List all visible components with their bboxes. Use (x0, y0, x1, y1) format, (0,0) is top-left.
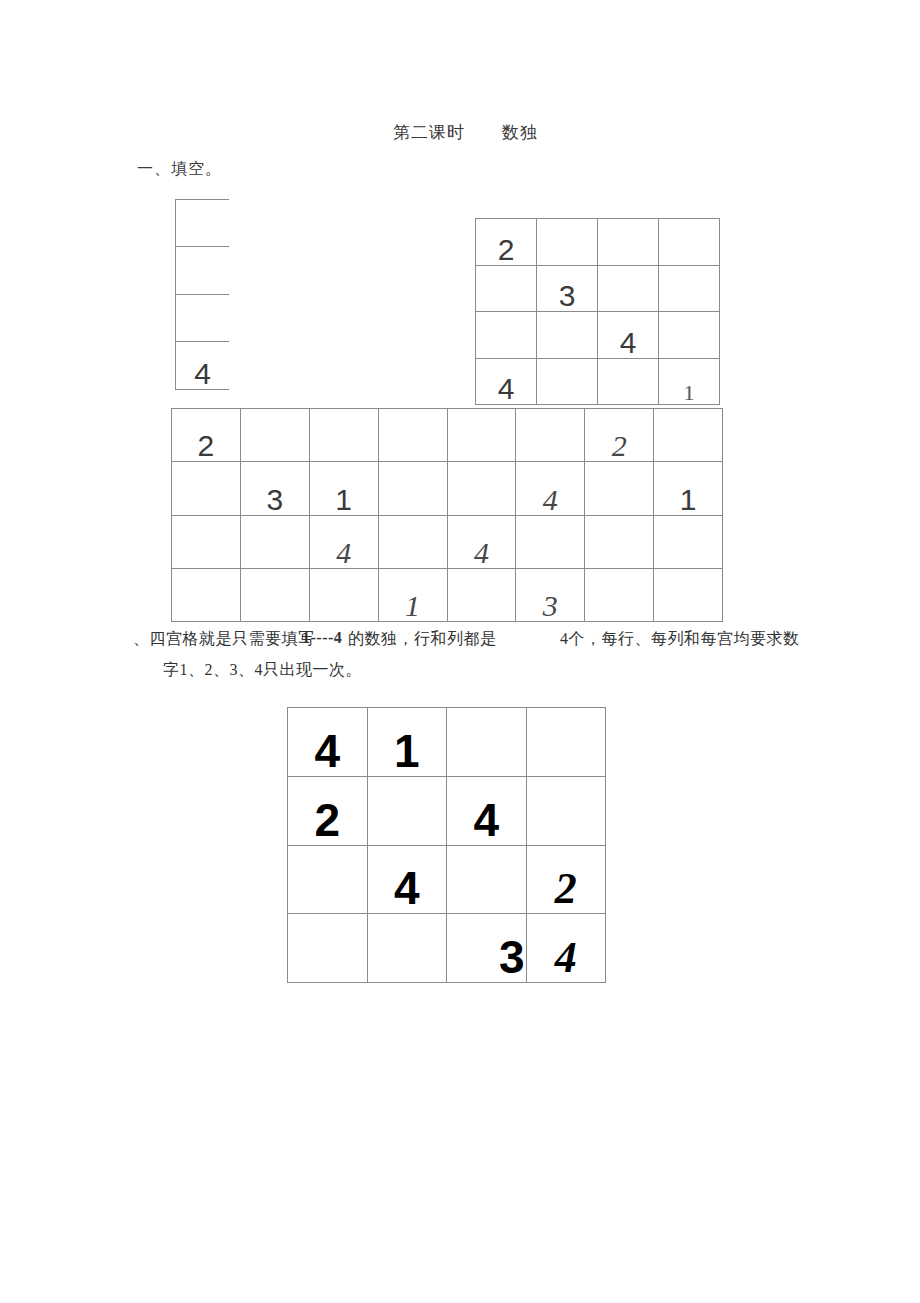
cell-r3c4: 2 (527, 846, 607, 915)
cell-r1c5 (448, 409, 517, 462)
given-number: 2 (498, 235, 515, 265)
cell-r1c4 (527, 708, 607, 777)
given-number: 4 (555, 936, 577, 980)
page-title: 第二课时数独 (393, 121, 538, 144)
puzzle-grid-middle-8x4: 2231414413 (171, 408, 723, 622)
cell-r3c2: 4 (368, 846, 448, 915)
cell-r3c2 (241, 516, 310, 569)
cell-r4c4: 1 (659, 359, 720, 406)
cell-r1c1: 2 (172, 409, 241, 462)
cell-r2c4 (527, 777, 607, 846)
cell-r2c4 (379, 462, 448, 515)
cell-r1c1: 4 (288, 708, 368, 777)
cell-r4c3 (598, 359, 659, 406)
cell-r1c4 (379, 409, 448, 462)
cell-r1c4 (659, 219, 720, 266)
puzzle-grid-top-right-4x4: 23441 (475, 218, 720, 405)
cell-r3c1 (176, 295, 229, 342)
given-number: 4 (620, 328, 637, 358)
cell-r1c3 (447, 708, 527, 777)
given-number: 4 (473, 797, 499, 843)
cell-r4c1 (288, 914, 368, 983)
cell-r4c1 (172, 569, 241, 622)
cell-r4c1: 4 (476, 359, 537, 406)
cell-r3c4 (659, 312, 720, 359)
cell-r4c3: 3 (447, 914, 527, 983)
cell-r2c2: 3 (241, 462, 310, 515)
given-number: 4 (314, 728, 340, 774)
cell-r3c6 (516, 516, 585, 569)
given-number: 3 (499, 934, 525, 980)
given-number: 1 (684, 382, 695, 404)
cell-r4c3 (310, 569, 379, 622)
given-number: 4 (394, 865, 420, 911)
cell-r3c1 (288, 846, 368, 915)
sudoku-worksheet-page: 第二课时数独 一、填空。 4 23441 2231414413 、四宫格就是只需… (0, 0, 920, 1303)
given-number: 2 (198, 431, 215, 461)
section-1-heading: 一、填空。 (137, 159, 222, 180)
cell-r3c2 (537, 312, 598, 359)
cell-r2c2 (368, 777, 448, 846)
cell-r3c8 (654, 516, 723, 569)
given-number: 4 (194, 359, 211, 389)
cell-r3c1 (172, 516, 241, 569)
cell-r1c3 (310, 409, 379, 462)
cell-r1c1: 2 (476, 219, 537, 266)
cell-r3c4 (379, 516, 448, 569)
instruction-range-1-4: 1----4 (302, 629, 342, 647)
cell-r2c1 (476, 266, 537, 313)
cell-r4c2 (241, 569, 310, 622)
cell-r2c6: 4 (516, 462, 585, 515)
cell-r2c3 (598, 266, 659, 313)
cell-r3c5: 4 (448, 516, 517, 569)
given-number: 1 (680, 485, 697, 515)
cell-r3c3: 4 (598, 312, 659, 359)
given-number: 2 (555, 867, 577, 911)
puzzle-strip-grid-4x1: 4 (175, 199, 229, 390)
given-number: 3 (543, 591, 558, 621)
cell-r4c4: 1 (379, 569, 448, 622)
given-number: 4 (543, 485, 558, 515)
cell-r3c7 (585, 516, 654, 569)
cell-r4c6: 3 (516, 569, 585, 622)
cell-r3c3: 4 (310, 516, 379, 569)
cell-r2c1 (172, 462, 241, 515)
cell-r2c7 (585, 462, 654, 515)
cell-r2c2: 3 (537, 266, 598, 313)
instruction-text-2: 的数独，行和列都是 (348, 629, 497, 650)
cell-r3c3 (447, 846, 527, 915)
cell-r1c7: 2 (585, 409, 654, 462)
instruction-text-3: 4个，每行、每列和每宫均要求数 (560, 629, 800, 650)
given-number: 1 (335, 485, 352, 515)
cell-r2c4 (659, 266, 720, 313)
sudoku-4x4-main-grid: 41244234 (287, 707, 606, 983)
cell-r1c2 (537, 219, 598, 266)
given-number: 4 (474, 538, 489, 568)
given-number: 2 (612, 431, 627, 461)
cell-r2c3: 4 (447, 777, 527, 846)
given-number: 4 (498, 374, 515, 404)
instruction-line-2: 字1、2、3、4只出现一次。 (0, 660, 920, 680)
cell-r2c1: 2 (288, 777, 368, 846)
given-number: 1 (405, 591, 420, 621)
cell-r3c1 (476, 312, 537, 359)
given-number: 3 (266, 485, 283, 515)
instruction-text-1: 、四宫格就是只需要填写 (133, 629, 315, 650)
cell-r2c8: 1 (654, 462, 723, 515)
cell-r1c8 (654, 409, 723, 462)
given-number: 3 (559, 281, 576, 311)
given-number: 4 (336, 538, 351, 568)
cell-r1c6 (516, 409, 585, 462)
page-title-lesson: 第二课时 (393, 123, 465, 142)
cell-r1c3 (598, 219, 659, 266)
cell-r1c2: 1 (368, 708, 448, 777)
page-title-topic: 数独 (502, 123, 538, 142)
cell-r4c7 (585, 569, 654, 622)
given-number: 2 (314, 797, 340, 843)
cell-r1c1 (176, 200, 229, 247)
cell-r4c2 (368, 914, 448, 983)
given-number: 1 (394, 728, 420, 774)
cell-r4c5 (448, 569, 517, 622)
cell-r4c8 (654, 569, 723, 622)
instruction-line-1: 、四宫格就是只需要填写 1----4 的数独，行和列都是 4个，每行、每列和每宫… (0, 629, 920, 649)
cell-r2c5 (448, 462, 517, 515)
cell-r2c3: 1 (310, 462, 379, 515)
instruction-text-4: 字1、2、3、4只出现一次。 (163, 660, 362, 681)
cell-r4c2 (537, 359, 598, 406)
cell-r1c2 (241, 409, 310, 462)
cell-r4c1: 4 (176, 342, 229, 389)
cell-r4c4: 4 (527, 914, 607, 983)
cell-r2c1 (176, 247, 229, 294)
